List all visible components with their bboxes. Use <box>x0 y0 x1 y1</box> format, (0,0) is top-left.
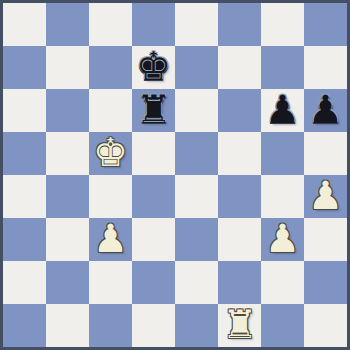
black-king[interactable]: ♚ <box>136 45 171 88</box>
square-b2[interactable] <box>46 261 89 304</box>
square-g7[interactable] <box>261 46 304 89</box>
square-h8[interactable] <box>304 3 347 46</box>
square-f4[interactable] <box>218 175 261 218</box>
square-g8[interactable] <box>261 3 304 46</box>
chess-board: ♚♜♟♟♚♟♟♟♜ <box>0 0 350 350</box>
square-c7[interactable] <box>89 46 132 89</box>
square-e6[interactable] <box>175 89 218 132</box>
square-a2[interactable] <box>3 261 46 304</box>
square-b7[interactable] <box>46 46 89 89</box>
square-f2[interactable] <box>218 261 261 304</box>
square-d1[interactable] <box>132 304 175 347</box>
square-f1[interactable]: ♜ <box>218 304 261 347</box>
square-g1[interactable] <box>261 304 304 347</box>
square-b3[interactable] <box>46 218 89 261</box>
square-a6[interactable] <box>3 89 46 132</box>
square-b8[interactable] <box>46 3 89 46</box>
square-d3[interactable] <box>132 218 175 261</box>
square-c6[interactable] <box>89 89 132 132</box>
square-e3[interactable] <box>175 218 218 261</box>
square-e5[interactable] <box>175 132 218 175</box>
square-h1[interactable] <box>304 304 347 347</box>
white-pawn[interactable]: ♟ <box>93 217 128 260</box>
white-king[interactable]: ♚ <box>93 131 128 174</box>
square-c5[interactable]: ♚ <box>89 132 132 175</box>
square-d4[interactable] <box>132 175 175 218</box>
square-h5[interactable] <box>304 132 347 175</box>
square-h2[interactable] <box>304 261 347 304</box>
square-b5[interactable] <box>46 132 89 175</box>
square-d6[interactable]: ♜ <box>132 89 175 132</box>
square-a1[interactable] <box>3 304 46 347</box>
square-g4[interactable] <box>261 175 304 218</box>
square-c1[interactable] <box>89 304 132 347</box>
square-a7[interactable] <box>3 46 46 89</box>
black-pawn[interactable]: ♟ <box>265 88 300 131</box>
black-pawn[interactable]: ♟ <box>308 88 343 131</box>
square-e7[interactable] <box>175 46 218 89</box>
square-g3[interactable]: ♟ <box>261 218 304 261</box>
square-h3[interactable] <box>304 218 347 261</box>
square-d7[interactable]: ♚ <box>132 46 175 89</box>
square-d2[interactable] <box>132 261 175 304</box>
white-pawn[interactable]: ♟ <box>308 174 343 217</box>
square-f6[interactable] <box>218 89 261 132</box>
square-c4[interactable] <box>89 175 132 218</box>
square-g2[interactable] <box>261 261 304 304</box>
white-rook[interactable]: ♜ <box>222 303 257 346</box>
square-c8[interactable] <box>89 3 132 46</box>
square-f7[interactable] <box>218 46 261 89</box>
square-d5[interactable] <box>132 132 175 175</box>
square-e8[interactable] <box>175 3 218 46</box>
square-b1[interactable] <box>46 304 89 347</box>
square-h6[interactable]: ♟ <box>304 89 347 132</box>
square-a4[interactable] <box>3 175 46 218</box>
white-pawn[interactable]: ♟ <box>265 217 300 260</box>
square-g5[interactable] <box>261 132 304 175</box>
square-f3[interactable] <box>218 218 261 261</box>
square-h7[interactable] <box>304 46 347 89</box>
square-a8[interactable] <box>3 3 46 46</box>
square-h4[interactable]: ♟ <box>304 175 347 218</box>
square-e4[interactable] <box>175 175 218 218</box>
square-a5[interactable] <box>3 132 46 175</box>
square-d8[interactable] <box>132 3 175 46</box>
black-rook[interactable]: ♜ <box>136 88 171 131</box>
square-c3[interactable]: ♟ <box>89 218 132 261</box>
square-a3[interactable] <box>3 218 46 261</box>
square-c2[interactable] <box>89 261 132 304</box>
square-f8[interactable] <box>218 3 261 46</box>
square-e1[interactable] <box>175 304 218 347</box>
square-e2[interactable] <box>175 261 218 304</box>
square-b6[interactable] <box>46 89 89 132</box>
square-f5[interactable] <box>218 132 261 175</box>
square-b4[interactable] <box>46 175 89 218</box>
square-g6[interactable]: ♟ <box>261 89 304 132</box>
